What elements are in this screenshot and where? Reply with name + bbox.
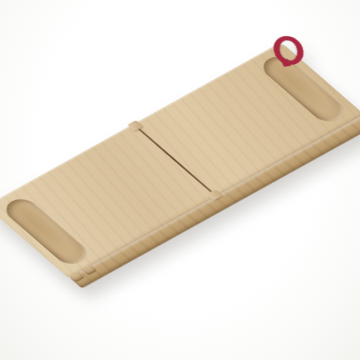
product-photo-background: [0, 0, 360, 360]
mancala-board: [0, 42, 360, 289]
hinge-tab-far: [127, 120, 143, 131]
